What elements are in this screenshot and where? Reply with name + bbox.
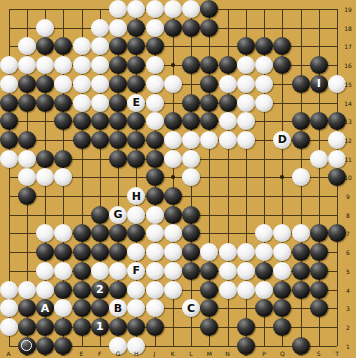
black-stone: [127, 150, 145, 168]
white-stone: [200, 131, 218, 149]
black-stone: [127, 75, 145, 93]
black-stone: [292, 281, 310, 299]
black-stone: [182, 224, 200, 242]
white-stone-label-G: G: [109, 206, 127, 224]
row-label-3: 3: [346, 305, 350, 312]
white-stone: [219, 131, 237, 149]
white-stone: [182, 131, 200, 149]
white-stone: [18, 56, 36, 74]
row-label-17: 17: [344, 43, 352, 50]
black-stone: [310, 243, 328, 261]
white-stone: [219, 75, 237, 93]
black-stone: [91, 224, 109, 242]
white-stone: [73, 94, 91, 112]
black-stone: [310, 299, 328, 317]
white-stone: [91, 37, 109, 55]
white-stone: [164, 224, 182, 242]
row-label-5: 5: [346, 267, 350, 274]
black-stone: [127, 19, 145, 37]
black-stone: [310, 262, 328, 280]
white-stone: [237, 131, 255, 149]
black-stone: [164, 19, 182, 37]
column-label-M: M: [207, 350, 212, 357]
black-stone: [36, 75, 54, 93]
black-stone: [109, 281, 127, 299]
black-stone: [164, 112, 182, 130]
white-stone: [164, 281, 182, 299]
black-stone: [146, 168, 164, 186]
white-stone: [146, 206, 164, 224]
white-stone: [164, 262, 182, 280]
black-stone-label-I: I: [310, 75, 328, 93]
black-stone: [292, 262, 310, 280]
column-label-P: P: [262, 350, 266, 357]
white-stone: [54, 262, 72, 280]
black-stone: [18, 187, 36, 205]
black-stone: [200, 281, 218, 299]
black-stone: [255, 37, 273, 55]
white-stone: [18, 168, 36, 186]
white-stone: [237, 75, 255, 93]
column-label-J: J: [154, 350, 156, 357]
white-stone: [255, 75, 273, 93]
column-label-O: O: [243, 350, 248, 357]
black-stone: [182, 19, 200, 37]
white-stone: [54, 299, 72, 317]
white-stone: [292, 224, 310, 242]
white-stone-label-F: F: [127, 262, 145, 280]
black-stone: [146, 150, 164, 168]
black-stone: [18, 299, 36, 317]
column-label-H: H: [134, 350, 139, 357]
black-stone: [36, 37, 54, 55]
black-stone: [200, 0, 218, 18]
row-label-15: 15: [344, 80, 352, 87]
white-stone: [310, 150, 328, 168]
row-label-1: 1: [346, 342, 350, 349]
black-stone: [54, 318, 72, 336]
black-stone: [73, 262, 91, 280]
row-label-14: 14: [344, 99, 352, 106]
black-stone: [200, 94, 218, 112]
black-stone: [36, 94, 54, 112]
black-stone: [200, 262, 218, 280]
black-stone: [54, 94, 72, 112]
row-label-4: 4: [346, 286, 350, 293]
row-label-19: 19: [344, 6, 352, 13]
black-stone: [127, 131, 145, 149]
black-stone: [109, 37, 127, 55]
black-stone: [109, 131, 127, 149]
black-stone: [127, 56, 145, 74]
row-label-16: 16: [344, 62, 352, 69]
white-stone: [182, 150, 200, 168]
white-stone: [273, 224, 291, 242]
white-stone: [109, 19, 127, 37]
white-stone: [18, 281, 36, 299]
star-point: [171, 175, 175, 179]
black-stone: [91, 206, 109, 224]
black-stone: [73, 131, 91, 149]
black-stone: [219, 56, 237, 74]
white-stone-label-H: H: [127, 187, 145, 205]
white-stone: [146, 75, 164, 93]
white-stone: [255, 224, 273, 242]
black-stone: [73, 281, 91, 299]
black-stone: [18, 94, 36, 112]
white-stone: [18, 150, 36, 168]
column-label-L: L: [189, 350, 192, 357]
black-stone: [18, 75, 36, 93]
black-stone: [273, 37, 291, 55]
white-stone: [54, 168, 72, 186]
black-stone: [18, 131, 36, 149]
black-stone: [164, 206, 182, 224]
column-label-K: K: [171, 350, 175, 357]
white-stone: [255, 94, 273, 112]
black-stone: [109, 224, 127, 242]
black-stone: [54, 112, 72, 130]
black-stone: [36, 150, 54, 168]
white-stone: [109, 0, 127, 18]
black-stone: [273, 318, 291, 336]
white-stone: [219, 243, 237, 261]
black-stone: [91, 112, 109, 130]
black-stone: [91, 299, 109, 317]
black-stone: [109, 94, 127, 112]
white-stone-label-E: E: [127, 94, 145, 112]
go-board[interactable]: IEDHGF2ABC1ABCDEFGHJKLMNOPQRST1918171615…: [0, 0, 356, 358]
black-stone: [146, 131, 164, 149]
white-stone: [255, 56, 273, 74]
black-stone: [109, 243, 127, 261]
white-stone: [54, 56, 72, 74]
black-stone: [54, 281, 72, 299]
black-stone: [127, 318, 145, 336]
row-label-18: 18: [344, 24, 352, 31]
black-stone: [73, 243, 91, 261]
black-stone: [292, 112, 310, 130]
white-stone-label-C: C: [182, 299, 200, 317]
star-point: [171, 63, 175, 67]
black-stone: [182, 56, 200, 74]
black-stone: [127, 37, 145, 55]
white-stone: [146, 112, 164, 130]
black-stone: [200, 318, 218, 336]
black-stone: [146, 187, 164, 205]
black-stone: [0, 131, 18, 149]
white-stone: [273, 243, 291, 261]
white-stone: [146, 56, 164, 74]
white-stone: [146, 243, 164, 261]
column-label-T: T: [335, 350, 339, 357]
white-stone: [146, 19, 164, 37]
black-stone: [146, 318, 164, 336]
black-stone: [255, 299, 273, 317]
black-stone: [310, 281, 328, 299]
white-stone: [146, 0, 164, 18]
white-stone: [0, 150, 18, 168]
white-stone: [127, 243, 145, 261]
black-stone: [127, 112, 145, 130]
black-stone: [200, 19, 218, 37]
white-stone: [164, 150, 182, 168]
black-stone: [73, 112, 91, 130]
white-stone: [237, 243, 255, 261]
black-stone: [200, 112, 218, 130]
white-stone: [237, 94, 255, 112]
black-stone: [292, 131, 310, 149]
black-stone: [310, 56, 328, 74]
white-stone: [146, 299, 164, 317]
column-label-R: R: [298, 350, 302, 357]
black-stone: [310, 112, 328, 130]
black-stone: [182, 262, 200, 280]
black-stone: [182, 206, 200, 224]
black-stone: [200, 56, 218, 74]
white-stone: [109, 262, 127, 280]
column-label-Q: Q: [280, 350, 285, 357]
white-stone: [127, 0, 145, 18]
black-stone: [73, 299, 91, 317]
column-label-D: D: [61, 350, 66, 357]
white-stone: [200, 243, 218, 261]
white-stone: [237, 281, 255, 299]
column-label-B: B: [25, 350, 29, 357]
black-stone: [182, 243, 200, 261]
white-stone: [18, 37, 36, 55]
black-stone: [292, 75, 310, 93]
white-stone: [146, 262, 164, 280]
white-stone: [146, 281, 164, 299]
white-stone: [255, 243, 273, 261]
black-stone: [109, 112, 127, 130]
black-stone: [91, 243, 109, 261]
black-stone: [73, 224, 91, 242]
white-stone: [54, 224, 72, 242]
column-label-G: G: [116, 350, 121, 357]
black-stone: [273, 281, 291, 299]
white-stone: [0, 281, 18, 299]
black-stone: [73, 318, 91, 336]
white-stone: [0, 299, 18, 317]
white-stone: [237, 262, 255, 280]
white-stone: [36, 281, 54, 299]
white-stone: [54, 75, 72, 93]
white-stone: [36, 168, 54, 186]
white-stone: [91, 56, 109, 74]
white-stone: [0, 318, 18, 336]
black-stone: [200, 299, 218, 317]
row-label-13: 13: [344, 118, 352, 125]
black-stone: [91, 131, 109, 149]
white-stone-label-D: D: [273, 131, 291, 149]
white-stone: [146, 94, 164, 112]
white-stone: [237, 56, 255, 74]
row-label-10: 10: [344, 174, 352, 181]
black-stone: [182, 94, 200, 112]
black-stone: [109, 56, 127, 74]
black-stone: [328, 224, 346, 242]
white-stone: [36, 19, 54, 37]
black-stone: [200, 75, 218, 93]
column-label-S: S: [317, 350, 321, 357]
black-stone: [219, 94, 237, 112]
black-stone: [273, 56, 291, 74]
white-stone: [0, 75, 18, 93]
black-stone: [54, 37, 72, 55]
white-stone-label-B: B: [109, 299, 127, 317]
white-stone: [146, 224, 164, 242]
white-stone: [273, 262, 291, 280]
white-stone: [127, 281, 145, 299]
black-stone: [164, 187, 182, 205]
white-stone: [91, 262, 109, 280]
black-stone: [36, 318, 54, 336]
black-stone: [273, 299, 291, 317]
black-stone: [54, 243, 72, 261]
white-stone: [127, 299, 145, 317]
white-stone: [73, 75, 91, 93]
black-stone: [182, 112, 200, 130]
white-stone: [182, 0, 200, 18]
white-stone: [91, 94, 109, 112]
white-stone: [127, 206, 145, 224]
white-stone: [36, 224, 54, 242]
black-stone-label-2: 2: [91, 281, 109, 299]
black-stone: [109, 150, 127, 168]
black-stone: [36, 243, 54, 261]
black-stone: [292, 243, 310, 261]
white-stone: [36, 262, 54, 280]
white-stone: [0, 56, 18, 74]
black-stone: [0, 94, 18, 112]
white-stone: [164, 131, 182, 149]
black-stone: [0, 112, 18, 130]
white-stone: [292, 168, 310, 186]
black-stone: [109, 75, 127, 93]
row-label-11: 11: [344, 155, 352, 162]
white-stone: [219, 112, 237, 130]
black-stone: [310, 224, 328, 242]
star-point: [280, 175, 284, 179]
white-stone: [164, 75, 182, 93]
black-stone: [237, 37, 255, 55]
row-label-2: 2: [346, 323, 350, 330]
black-stone-label-1: 1: [91, 318, 109, 336]
row-label-6: 6: [346, 249, 350, 256]
row-label-7: 7: [346, 230, 350, 237]
black-stone: [127, 224, 145, 242]
column-label-F: F: [98, 350, 101, 357]
white-stone: [36, 56, 54, 74]
white-stone: [73, 37, 91, 55]
white-stone: [255, 281, 273, 299]
black-stone: [109, 318, 127, 336]
white-stone: [91, 75, 109, 93]
row-label-9: 9: [346, 193, 350, 200]
white-stone: [164, 0, 182, 18]
white-stone: [219, 262, 237, 280]
white-stone: [73, 56, 91, 74]
column-label-A: A: [6, 350, 10, 357]
black-stone: [146, 37, 164, 55]
column-label-E: E: [80, 350, 84, 357]
black-stone: [54, 150, 72, 168]
white-stone: [91, 19, 109, 37]
row-label-12: 12: [344, 136, 352, 143]
black-stone: [237, 318, 255, 336]
black-stone-label-A: A: [36, 299, 54, 317]
row-label-8: 8: [346, 211, 350, 218]
black-stone: [18, 318, 36, 336]
column-label-C: C: [43, 350, 47, 357]
white-stone: [237, 112, 255, 130]
column-label-N: N: [225, 350, 230, 357]
white-stone: [182, 168, 200, 186]
white-stone: [164, 243, 182, 261]
black-stone: [255, 262, 273, 280]
white-stone: [219, 281, 237, 299]
